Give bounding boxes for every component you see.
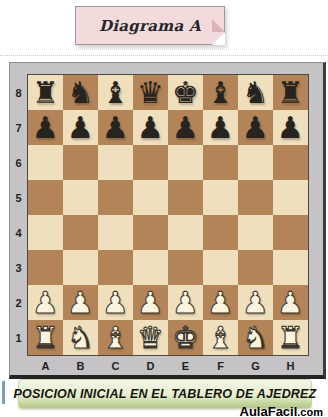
black-pawn: ♟ — [242, 110, 269, 145]
rank-label-2: 2 — [10, 285, 27, 320]
square-g4 — [238, 215, 273, 250]
white-knight: ♞ — [242, 320, 269, 355]
black-pawn: ♟ — [32, 110, 59, 145]
square-g7: ♟ — [238, 110, 273, 145]
black-knight: ♞ — [242, 75, 269, 110]
square-g2: ♟ — [238, 285, 273, 320]
black-queen: ♛ — [137, 75, 164, 110]
square-e7: ♟ — [168, 110, 203, 145]
square-a5 — [28, 180, 63, 215]
square-f6 — [203, 145, 238, 180]
square-c7: ♟ — [98, 110, 133, 145]
rank-label-3: 3 — [10, 250, 27, 285]
white-king: ♚ — [172, 320, 199, 355]
square-h8: ♜ — [273, 75, 308, 110]
square-a8: ♜ — [28, 75, 63, 110]
file-label-e: E — [168, 356, 203, 375]
square-d6 — [133, 145, 168, 180]
square-g5 — [238, 180, 273, 215]
file-label-d: D — [133, 356, 168, 375]
black-pawn: ♟ — [67, 110, 94, 145]
square-d3 — [133, 250, 168, 285]
black-pawn: ♟ — [172, 110, 199, 145]
square-d7: ♟ — [133, 110, 168, 145]
square-c1: ♝ — [98, 320, 133, 355]
rank-label-6: 6 — [10, 145, 27, 180]
square-h6 — [273, 145, 308, 180]
square-e5 — [168, 180, 203, 215]
black-bishop: ♝ — [102, 75, 129, 110]
square-f2: ♟ — [203, 285, 238, 320]
black-rook: ♜ — [277, 75, 304, 110]
rank-label-8: 8 — [10, 75, 27, 110]
square-d5 — [133, 180, 168, 215]
square-h3 — [273, 250, 308, 285]
square-e1: ♚ — [168, 320, 203, 355]
square-c8: ♝ — [98, 75, 133, 110]
board-grid: ♜♞♝♛♚♝♞♜♟♟♟♟♟♟♟♟♟♟♟♟♟♟♟♟♜♞♝♛♚♝♞♜ — [28, 75, 308, 355]
square-f3 — [203, 250, 238, 285]
white-pawn: ♟ — [32, 285, 59, 320]
title-box: Diagrama A — [75, 6, 225, 45]
square-c2: ♟ — [98, 285, 133, 320]
file-label-f: F — [203, 356, 238, 375]
square-f5 — [203, 180, 238, 215]
rank-label-1: 1 — [10, 320, 27, 355]
rank-label-7: 7 — [10, 110, 27, 145]
square-b6 — [63, 145, 98, 180]
square-d4 — [133, 215, 168, 250]
black-pawn: ♟ — [102, 110, 129, 145]
square-g1: ♞ — [238, 320, 273, 355]
black-knight: ♞ — [67, 75, 94, 110]
square-a3 — [28, 250, 63, 285]
chessboard: ♜♞♝♛♚♝♞♜♟♟♟♟♟♟♟♟♟♟♟♟♟♟♟♟♜♞♝♛♚♝♞♜ — [27, 74, 309, 356]
square-d1: ♛ — [133, 320, 168, 355]
watermark-tld: .com — [297, 406, 323, 417]
square-b1: ♞ — [63, 320, 98, 355]
white-pawn: ♟ — [137, 285, 164, 320]
black-rook: ♜ — [32, 75, 59, 110]
file-label-a: A — [28, 356, 63, 375]
file-label-h: H — [273, 356, 308, 375]
square-f4 — [203, 215, 238, 250]
square-a6 — [28, 145, 63, 180]
square-h4 — [273, 215, 308, 250]
white-rook: ♜ — [277, 320, 304, 355]
square-c3 — [98, 250, 133, 285]
watermark-brand: AulaFacil — [240, 404, 298, 417]
black-pawn: ♟ — [207, 110, 234, 145]
square-f7: ♟ — [203, 110, 238, 145]
square-b2: ♟ — [63, 285, 98, 320]
file-label-b: B — [63, 356, 98, 375]
square-c6 — [98, 145, 133, 180]
rank-label-5: 5 — [10, 180, 27, 215]
square-d8: ♛ — [133, 75, 168, 110]
square-a2: ♟ — [28, 285, 63, 320]
black-pawn: ♟ — [277, 110, 304, 145]
square-a7: ♟ — [28, 110, 63, 145]
square-f1: ♝ — [203, 320, 238, 355]
white-pawn: ♟ — [207, 285, 234, 320]
square-e2: ♟ — [168, 285, 203, 320]
file-label-g: G — [238, 356, 273, 375]
file-label-c: C — [98, 356, 133, 375]
black-bishop: ♝ — [207, 75, 234, 110]
square-h2: ♟ — [273, 285, 308, 320]
square-g3 — [238, 250, 273, 285]
white-pawn: ♟ — [242, 285, 269, 320]
square-h1: ♜ — [273, 320, 308, 355]
black-pawn: ♟ — [137, 110, 164, 145]
rank-labels: 87654321 — [10, 75, 27, 355]
square-g6 — [238, 145, 273, 180]
blue-edge-mark — [2, 381, 5, 404]
rank-label-4: 4 — [10, 215, 27, 250]
divider — [0, 55, 328, 56]
square-e4 — [168, 215, 203, 250]
file-labels: ABCDEFGH — [28, 356, 309, 375]
white-bishop: ♝ — [102, 320, 129, 355]
square-b3 — [63, 250, 98, 285]
square-b8: ♞ — [63, 75, 98, 110]
white-pawn: ♟ — [102, 285, 129, 320]
square-b7: ♟ — [63, 110, 98, 145]
square-a1: ♜ — [28, 320, 63, 355]
chessboard-frame: 87654321 ♜♞♝♛♚♝♞♜♟♟♟♟♟♟♟♟♟♟♟♟♟♟♟♟♜♞♝♛♚♝♞… — [9, 62, 326, 379]
square-f8: ♝ — [203, 75, 238, 110]
square-h7: ♟ — [273, 110, 308, 145]
square-b4 — [63, 215, 98, 250]
square-e6 — [168, 145, 203, 180]
white-bishop: ♝ — [207, 320, 234, 355]
white-pawn: ♟ — [67, 285, 94, 320]
folded-corner-icon — [212, 32, 225, 45]
square-e8: ♚ — [168, 75, 203, 110]
square-d2: ♟ — [133, 285, 168, 320]
page-title: Diagrama A — [99, 17, 201, 35]
watermark: AulaFacil.com — [240, 402, 323, 417]
square-h5 — [273, 180, 308, 215]
square-c5 — [98, 180, 133, 215]
white-knight: ♞ — [67, 320, 94, 355]
square-e3 — [168, 250, 203, 285]
white-rook: ♜ — [32, 320, 59, 355]
black-king: ♚ — [172, 75, 199, 110]
white-queen: ♛ — [137, 320, 164, 355]
square-a4 — [28, 215, 63, 250]
square-g8: ♞ — [238, 75, 273, 110]
square-c4 — [98, 215, 133, 250]
square-b5 — [63, 180, 98, 215]
white-pawn: ♟ — [172, 285, 199, 320]
caption-label: POSICION INICIAL EN EL TABLERO DE AJEDRE… — [14, 387, 317, 401]
white-pawn: ♟ — [277, 285, 304, 320]
